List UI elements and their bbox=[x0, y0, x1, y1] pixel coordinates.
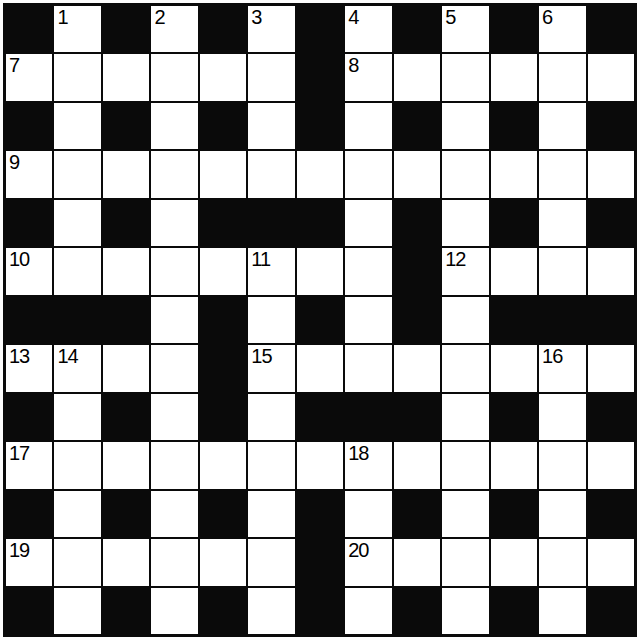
white-cell[interactable] bbox=[491, 539, 537, 585]
white-cell[interactable] bbox=[151, 151, 197, 197]
black-cell bbox=[297, 103, 343, 149]
black-cell bbox=[394, 394, 440, 440]
clue-number: 4 bbox=[348, 7, 358, 28]
black-cell bbox=[491, 6, 537, 52]
clue-number: 7 bbox=[9, 55, 19, 76]
white-cell[interactable] bbox=[297, 345, 343, 391]
white-cell[interactable] bbox=[54, 588, 100, 634]
white-cell[interactable] bbox=[151, 491, 197, 537]
black-cell bbox=[103, 200, 149, 246]
black-cell bbox=[394, 200, 440, 246]
white-cell[interactable] bbox=[151, 539, 197, 585]
black-cell bbox=[200, 103, 246, 149]
white-cell[interactable] bbox=[200, 539, 246, 585]
white-cell[interactable]: 8 bbox=[345, 54, 391, 100]
white-cell[interactable] bbox=[248, 588, 294, 634]
white-cell[interactable] bbox=[54, 54, 100, 100]
white-cell[interactable] bbox=[297, 442, 343, 488]
white-cell[interactable]: 2 bbox=[151, 6, 197, 52]
crossword-page: 1234567891011121314151617181920 bbox=[0, 0, 640, 640]
white-cell[interactable]: 7 bbox=[6, 54, 52, 100]
white-cell[interactable] bbox=[248, 394, 294, 440]
clue-number: 17 bbox=[9, 443, 29, 464]
black-cell bbox=[6, 491, 52, 537]
black-cell bbox=[248, 200, 294, 246]
clue-number: 11 bbox=[251, 249, 270, 270]
white-cell[interactable]: 20 bbox=[345, 539, 391, 585]
clue-number: 5 bbox=[445, 7, 455, 28]
white-cell[interactable]: 1 bbox=[54, 6, 100, 52]
white-cell[interactable] bbox=[54, 539, 100, 585]
white-cell[interactable] bbox=[394, 151, 440, 197]
white-cell[interactable] bbox=[200, 54, 246, 100]
white-cell[interactable] bbox=[491, 54, 537, 100]
white-cell[interactable] bbox=[394, 345, 440, 391]
white-cell[interactable] bbox=[54, 491, 100, 537]
black-cell bbox=[200, 297, 246, 343]
black-cell bbox=[588, 394, 634, 440]
black-cell bbox=[200, 345, 246, 391]
white-cell[interactable] bbox=[345, 103, 391, 149]
white-cell[interactable] bbox=[248, 103, 294, 149]
white-cell[interactable] bbox=[442, 200, 488, 246]
white-cell[interactable]: 19 bbox=[6, 539, 52, 585]
black-cell bbox=[297, 394, 343, 440]
white-cell[interactable]: 5 bbox=[442, 6, 488, 52]
black-cell bbox=[394, 103, 440, 149]
clue-number: 1 bbox=[57, 7, 67, 28]
white-cell[interactable] bbox=[588, 345, 634, 391]
black-cell bbox=[297, 54, 343, 100]
white-cell[interactable] bbox=[394, 442, 440, 488]
white-cell[interactable] bbox=[588, 54, 634, 100]
white-cell[interactable] bbox=[54, 248, 100, 294]
black-cell bbox=[491, 297, 537, 343]
clue-number: 16 bbox=[542, 346, 562, 367]
white-cell[interactable] bbox=[442, 539, 488, 585]
white-cell[interactable] bbox=[200, 248, 246, 294]
black-cell bbox=[6, 297, 52, 343]
black-cell bbox=[394, 6, 440, 52]
black-cell bbox=[103, 588, 149, 634]
black-cell bbox=[200, 491, 246, 537]
black-cell bbox=[200, 394, 246, 440]
white-cell[interactable]: 14 bbox=[54, 345, 100, 391]
white-cell[interactable] bbox=[539, 248, 585, 294]
white-cell[interactable] bbox=[394, 54, 440, 100]
white-cell[interactable] bbox=[103, 151, 149, 197]
black-cell bbox=[103, 491, 149, 537]
white-cell[interactable] bbox=[103, 345, 149, 391]
white-cell[interactable] bbox=[200, 442, 246, 488]
clue-number: 13 bbox=[9, 346, 29, 367]
black-cell bbox=[200, 200, 246, 246]
white-cell[interactable] bbox=[345, 345, 391, 391]
white-cell[interactable] bbox=[248, 151, 294, 197]
white-cell[interactable] bbox=[248, 442, 294, 488]
white-cell[interactable] bbox=[442, 491, 488, 537]
black-cell bbox=[491, 103, 537, 149]
clue-number: 2 bbox=[154, 7, 164, 28]
white-cell[interactable] bbox=[442, 54, 488, 100]
black-cell bbox=[6, 103, 52, 149]
clue-number: 8 bbox=[348, 55, 358, 76]
white-cell[interactable]: 10 bbox=[6, 248, 52, 294]
white-cell[interactable] bbox=[345, 297, 391, 343]
white-cell[interactable]: 13 bbox=[6, 345, 52, 391]
clue-number: 15 bbox=[251, 346, 271, 367]
black-cell bbox=[345, 394, 391, 440]
white-cell[interactable] bbox=[539, 54, 585, 100]
white-cell[interactable] bbox=[297, 151, 343, 197]
white-cell[interactable] bbox=[588, 248, 634, 294]
clue-number: 19 bbox=[9, 540, 29, 561]
black-cell bbox=[103, 297, 149, 343]
white-cell[interactable] bbox=[491, 151, 537, 197]
black-cell bbox=[297, 491, 343, 537]
white-cell[interactable] bbox=[442, 151, 488, 197]
white-cell[interactable] bbox=[394, 539, 440, 585]
white-cell[interactable] bbox=[103, 54, 149, 100]
white-cell[interactable] bbox=[297, 248, 343, 294]
black-cell bbox=[588, 491, 634, 537]
black-cell bbox=[588, 103, 634, 149]
white-cell[interactable]: 11 bbox=[248, 248, 294, 294]
white-cell[interactable] bbox=[54, 151, 100, 197]
white-cell[interactable] bbox=[539, 491, 585, 537]
white-cell[interactable] bbox=[491, 248, 537, 294]
black-cell bbox=[103, 394, 149, 440]
black-cell bbox=[297, 539, 343, 585]
clue-number: 10 bbox=[9, 249, 29, 270]
black-cell bbox=[297, 297, 343, 343]
white-cell[interactable] bbox=[442, 103, 488, 149]
white-cell[interactable] bbox=[200, 151, 246, 197]
white-cell[interactable] bbox=[491, 442, 537, 488]
black-cell bbox=[491, 394, 537, 440]
black-cell bbox=[491, 491, 537, 537]
clue-number: 20 bbox=[348, 540, 368, 561]
white-cell[interactable] bbox=[151, 442, 197, 488]
white-cell[interactable] bbox=[442, 297, 488, 343]
black-cell bbox=[491, 200, 537, 246]
white-cell[interactable] bbox=[588, 442, 634, 488]
white-cell[interactable] bbox=[539, 394, 585, 440]
white-cell[interactable] bbox=[151, 297, 197, 343]
white-cell[interactable] bbox=[151, 248, 197, 294]
black-cell bbox=[297, 588, 343, 634]
black-cell bbox=[6, 394, 52, 440]
black-cell bbox=[103, 103, 149, 149]
black-cell bbox=[588, 6, 634, 52]
white-cell[interactable] bbox=[539, 151, 585, 197]
white-cell[interactable] bbox=[151, 54, 197, 100]
white-cell[interactable] bbox=[151, 200, 197, 246]
white-cell[interactable] bbox=[539, 539, 585, 585]
white-cell[interactable] bbox=[345, 151, 391, 197]
white-cell[interactable] bbox=[539, 103, 585, 149]
white-cell[interactable] bbox=[442, 442, 488, 488]
white-cell[interactable]: 6 bbox=[539, 6, 585, 52]
white-cell[interactable]: 18 bbox=[345, 442, 391, 488]
white-cell[interactable] bbox=[103, 539, 149, 585]
white-cell[interactable] bbox=[54, 200, 100, 246]
black-cell bbox=[394, 491, 440, 537]
white-cell[interactable]: 16 bbox=[539, 345, 585, 391]
black-cell bbox=[588, 297, 634, 343]
white-cell[interactable] bbox=[248, 491, 294, 537]
black-cell bbox=[6, 588, 52, 634]
white-cell[interactable] bbox=[345, 200, 391, 246]
black-cell bbox=[394, 588, 440, 634]
white-cell[interactable] bbox=[151, 394, 197, 440]
black-cell bbox=[394, 297, 440, 343]
black-cell bbox=[588, 200, 634, 246]
white-cell[interactable] bbox=[442, 588, 488, 634]
white-cell[interactable] bbox=[345, 588, 391, 634]
black-cell bbox=[588, 588, 634, 634]
white-cell[interactable] bbox=[54, 103, 100, 149]
clue-number: 9 bbox=[9, 152, 19, 173]
white-cell[interactable] bbox=[491, 345, 537, 391]
white-cell[interactable] bbox=[345, 248, 391, 294]
white-cell[interactable] bbox=[442, 345, 488, 391]
white-cell[interactable] bbox=[103, 248, 149, 294]
white-cell[interactable]: 9 bbox=[6, 151, 52, 197]
white-cell[interactable] bbox=[151, 345, 197, 391]
clue-number: 3 bbox=[251, 7, 261, 28]
black-cell bbox=[539, 297, 585, 343]
white-cell[interactable]: 15 bbox=[248, 345, 294, 391]
white-cell[interactable] bbox=[151, 103, 197, 149]
black-cell bbox=[200, 6, 246, 52]
white-cell[interactable]: 12 bbox=[442, 248, 488, 294]
white-cell[interactable] bbox=[151, 588, 197, 634]
white-cell[interactable] bbox=[103, 442, 149, 488]
white-cell[interactable] bbox=[539, 200, 585, 246]
white-cell[interactable] bbox=[345, 491, 391, 537]
black-cell bbox=[297, 6, 343, 52]
black-cell bbox=[491, 588, 537, 634]
white-cell[interactable] bbox=[588, 539, 634, 585]
white-cell[interactable] bbox=[539, 442, 585, 488]
white-cell[interactable] bbox=[588, 151, 634, 197]
white-cell[interactable] bbox=[248, 297, 294, 343]
white-cell[interactable] bbox=[54, 442, 100, 488]
white-cell[interactable]: 3 bbox=[248, 6, 294, 52]
white-cell[interactable] bbox=[248, 54, 294, 100]
black-cell bbox=[6, 6, 52, 52]
clue-number: 18 bbox=[348, 443, 368, 464]
clue-number: 6 bbox=[542, 7, 552, 28]
black-cell bbox=[297, 200, 343, 246]
white-cell[interactable] bbox=[54, 394, 100, 440]
clue-number: 14 bbox=[57, 346, 77, 367]
crossword-grid: 1234567891011121314151617181920 bbox=[3, 3, 637, 637]
black-cell bbox=[103, 6, 149, 52]
white-cell[interactable] bbox=[539, 588, 585, 634]
black-cell bbox=[394, 248, 440, 294]
clue-number: 12 bbox=[445, 249, 465, 270]
white-cell[interactable] bbox=[248, 539, 294, 585]
black-cell bbox=[200, 588, 246, 634]
black-cell bbox=[6, 200, 52, 246]
white-cell[interactable]: 4 bbox=[345, 6, 391, 52]
white-cell[interactable] bbox=[442, 394, 488, 440]
black-cell bbox=[54, 297, 100, 343]
white-cell[interactable]: 17 bbox=[6, 442, 52, 488]
